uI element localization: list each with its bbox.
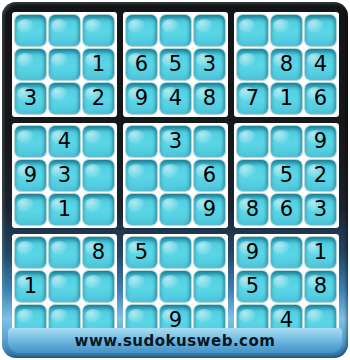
cell-r2c5[interactable]: 5 — [160, 49, 191, 80]
website-url: www.sudokusweb.com — [75, 332, 276, 350]
cell-r8c5[interactable] — [160, 271, 191, 302]
cell-r5c8[interactable]: 5 — [271, 160, 302, 191]
box-3: 84716 — [234, 12, 339, 117]
given-digit: 5 — [246, 276, 259, 297]
cell-r1c1[interactable] — [15, 15, 46, 46]
given-digit: 8 — [203, 88, 216, 109]
given-digit: 3 — [203, 54, 216, 75]
given-digit: 9 — [169, 310, 182, 331]
cell-r3c6[interactable]: 8 — [194, 83, 225, 114]
cell-r1c7[interactable] — [237, 15, 268, 46]
given-digit: 7 — [246, 88, 259, 109]
box-4: 4931 — [12, 123, 117, 228]
box-6: 952863 — [234, 123, 339, 228]
box-8: 59 — [123, 234, 228, 339]
given-digit: 9 — [246, 242, 259, 263]
cell-r7c4[interactable]: 5 — [126, 237, 157, 268]
given-digit: 9 — [203, 199, 216, 220]
given-digit: 9 — [24, 165, 37, 186]
cell-r2c1[interactable] — [15, 49, 46, 80]
cell-r3c9[interactable]: 6 — [305, 83, 336, 114]
given-digit: 5 — [169, 54, 182, 75]
given-digit: 6 — [280, 199, 293, 220]
cell-r6c8[interactable]: 6 — [271, 194, 302, 225]
cell-r5c4[interactable] — [126, 160, 157, 191]
cell-r5c9[interactable]: 2 — [305, 160, 336, 191]
cell-r7c6[interactable] — [194, 237, 225, 268]
given-digit: 1 — [24, 276, 37, 297]
cell-r5c2[interactable]: 3 — [49, 160, 80, 191]
given-digit: 1 — [92, 54, 105, 75]
cell-r8c8[interactable] — [271, 271, 302, 302]
cell-r5c7[interactable] — [237, 160, 268, 191]
cell-r2c2[interactable] — [49, 49, 80, 80]
cell-r4c9[interactable]: 9 — [305, 126, 336, 157]
cell-r1c3[interactable] — [83, 15, 114, 46]
cell-r2c8[interactable]: 8 — [271, 49, 302, 80]
given-digit: 4 — [280, 310, 293, 331]
cell-r6c2[interactable]: 1 — [49, 194, 80, 225]
given-digit: 9 — [314, 131, 327, 152]
cell-r6c6[interactable]: 9 — [194, 194, 225, 225]
cell-r4c4[interactable] — [126, 126, 157, 157]
cell-r1c5[interactable] — [160, 15, 191, 46]
given-digit: 1 — [280, 88, 293, 109]
given-digit: 8 — [246, 199, 259, 220]
given-digit: 1 — [58, 199, 71, 220]
cell-r1c4[interactable] — [126, 15, 157, 46]
cell-r4c8[interactable] — [271, 126, 302, 157]
cell-r2c7[interactable] — [237, 49, 268, 80]
cell-r1c6[interactable] — [194, 15, 225, 46]
cell-r7c9[interactable]: 1 — [305, 237, 336, 268]
given-digit: 2 — [314, 165, 327, 186]
given-digit: 6 — [314, 88, 327, 109]
given-digit: 3 — [169, 131, 182, 152]
box-2: 653948 — [123, 12, 228, 117]
cell-r7c3[interactable]: 8 — [83, 237, 114, 268]
given-digit: 3 — [314, 199, 327, 220]
cell-r6c9[interactable]: 3 — [305, 194, 336, 225]
cell-r4c3[interactable] — [83, 126, 114, 157]
cell-r8c7[interactable]: 5 — [237, 271, 268, 302]
cell-r7c1[interactable] — [15, 237, 46, 268]
cell-r8c9[interactable]: 8 — [305, 271, 336, 302]
given-digit: 8 — [280, 54, 293, 75]
cell-r2c3[interactable]: 1 — [83, 49, 114, 80]
given-digit: 4 — [58, 131, 71, 152]
cell-r6c1[interactable] — [15, 194, 46, 225]
cell-r4c7[interactable] — [237, 126, 268, 157]
cell-r3c8[interactable]: 1 — [271, 83, 302, 114]
cell-r3c5[interactable]: 4 — [160, 83, 191, 114]
cell-r7c7[interactable]: 9 — [237, 237, 268, 268]
given-digit: 4 — [169, 88, 182, 109]
cell-r8c1[interactable]: 1 — [15, 271, 46, 302]
cell-r2c6[interactable]: 3 — [194, 49, 225, 80]
cell-r2c4[interactable]: 6 — [126, 49, 157, 80]
sudoku-plaque: 132653948847164931369952863815991584 www… — [2, 2, 348, 358]
cell-r7c8[interactable] — [271, 237, 302, 268]
cell-r6c4[interactable] — [126, 194, 157, 225]
cell-r3c3[interactable]: 2 — [83, 83, 114, 114]
cell-r5c5[interactable] — [160, 160, 191, 191]
cell-r5c3[interactable] — [83, 160, 114, 191]
cell-r6c7[interactable]: 8 — [237, 194, 268, 225]
given-digit: 9 — [135, 88, 148, 109]
cell-r8c3[interactable] — [83, 271, 114, 302]
given-digit: 3 — [58, 165, 71, 186]
given-digit: 5 — [280, 165, 293, 186]
cell-r7c5[interactable] — [160, 237, 191, 268]
cell-r8c2[interactable] — [49, 271, 80, 302]
cell-r3c2[interactable] — [49, 83, 80, 114]
cell-r6c3[interactable] — [83, 194, 114, 225]
box-7: 81 — [12, 234, 117, 339]
cell-r4c6[interactable] — [194, 126, 225, 157]
cell-r7c2[interactable] — [49, 237, 80, 268]
cell-r5c1[interactable]: 9 — [15, 160, 46, 191]
cell-r3c4[interactable]: 9 — [126, 83, 157, 114]
sudoku-board: 132653948847164931369952863815991584 — [12, 12, 339, 339]
cell-r3c1[interactable]: 3 — [15, 83, 46, 114]
cell-r1c8[interactable] — [271, 15, 302, 46]
cell-r4c5[interactable]: 3 — [160, 126, 191, 157]
cell-r1c2[interactable] — [49, 15, 80, 46]
given-digit: 8 — [314, 276, 327, 297]
given-digit: 2 — [92, 88, 105, 109]
box-9: 91584 — [234, 234, 339, 339]
cell-r4c2[interactable]: 4 — [49, 126, 80, 157]
cell-r5c6[interactable]: 6 — [194, 160, 225, 191]
cell-r2c9[interactable]: 4 — [305, 49, 336, 80]
given-digit: 4 — [314, 54, 327, 75]
cell-r3c7[interactable]: 7 — [237, 83, 268, 114]
cell-r8c4[interactable] — [126, 271, 157, 302]
given-digit: 5 — [135, 242, 148, 263]
cell-r8c6[interactable] — [194, 271, 225, 302]
cell-r1c9[interactable] — [305, 15, 336, 46]
box-5: 369 — [123, 123, 228, 228]
given-digit: 8 — [92, 242, 105, 263]
box-1: 132 — [12, 12, 117, 117]
given-digit: 1 — [314, 242, 327, 263]
cell-r4c1[interactable] — [15, 126, 46, 157]
given-digit: 6 — [203, 165, 216, 186]
given-digit: 3 — [24, 88, 37, 109]
given-digit: 6 — [135, 54, 148, 75]
cell-r6c5[interactable] — [160, 194, 191, 225]
